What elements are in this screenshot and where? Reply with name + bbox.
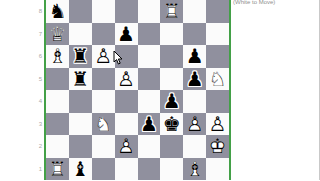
black-rook: ♜ xyxy=(69,68,92,91)
square-d2[interactable]: ♟♙ xyxy=(115,135,138,158)
rank-labels: 87654321 xyxy=(33,0,42,180)
white-pawn: ♟♙ xyxy=(115,68,138,91)
square-h4[interactable] xyxy=(206,90,229,113)
square-d3[interactable] xyxy=(115,113,138,136)
square-a4[interactable] xyxy=(46,90,69,113)
square-f7[interactable] xyxy=(160,23,183,46)
square-f5[interactable] xyxy=(160,68,183,91)
rank-label-6: 6 xyxy=(33,45,42,68)
square-c4[interactable] xyxy=(92,90,115,113)
square-g4[interactable] xyxy=(183,90,206,113)
square-b2[interactable] xyxy=(69,135,92,158)
black-rook: ♜ xyxy=(69,45,92,68)
square-b4[interactable] xyxy=(69,90,92,113)
white-knight: ♞♘ xyxy=(92,113,115,136)
square-e6[interactable] xyxy=(138,45,161,68)
square-f4[interactable]: ♟ xyxy=(160,90,183,113)
square-g1[interactable]: ♝♗ xyxy=(183,158,206,181)
white-bishop: ♝♗ xyxy=(46,45,69,68)
white-pawn: ♟♙ xyxy=(183,113,206,136)
white-king: ♚♔ xyxy=(206,135,229,158)
black-knight: ♞ xyxy=(46,0,69,23)
white-queen: ♛♕ xyxy=(46,23,69,46)
white-pawn: ♟♙ xyxy=(206,113,229,136)
white-pawn: ♟♙ xyxy=(92,45,115,68)
square-a7[interactable]: ♛♕ xyxy=(46,23,69,46)
rank-label-3: 3 xyxy=(33,113,42,136)
rank-label-5: 5 xyxy=(33,68,42,91)
white-bishop: ♝♗ xyxy=(183,158,206,181)
rank-label-1: 1 xyxy=(33,158,42,181)
chess-board-frame: ♞♜♖♛♕♟♝♗♜♟♙♟♜♟♙♟♞♘♟♞♘♟♚♟♙♟♙♟♙♚♔♜♖♝♝♗ xyxy=(44,0,231,180)
square-g2[interactable] xyxy=(183,135,206,158)
white-rook: ♜♖ xyxy=(160,0,183,23)
square-h1[interactable] xyxy=(206,158,229,181)
square-b1[interactable]: ♝ xyxy=(69,158,92,181)
square-h3[interactable]: ♟♙ xyxy=(206,113,229,136)
square-b8[interactable] xyxy=(69,0,92,23)
rank-label-4: 4 xyxy=(33,90,42,113)
square-c1[interactable] xyxy=(92,158,115,181)
square-d7[interactable]: ♟ xyxy=(115,23,138,46)
square-h2[interactable]: ♚♔ xyxy=(206,135,229,158)
square-a6[interactable]: ♝♗ xyxy=(46,45,69,68)
black-pawn: ♟ xyxy=(183,68,206,91)
square-e5[interactable] xyxy=(138,68,161,91)
square-b6[interactable]: ♜ xyxy=(69,45,92,68)
black-pawn: ♟ xyxy=(138,113,161,136)
black-pawn: ♟ xyxy=(160,90,183,113)
square-c8[interactable] xyxy=(92,0,115,23)
square-e7[interactable] xyxy=(138,23,161,46)
square-b7[interactable] xyxy=(69,23,92,46)
square-b3[interactable] xyxy=(69,113,92,136)
square-c2[interactable] xyxy=(92,135,115,158)
white-pawn: ♟♙ xyxy=(115,135,138,158)
square-d4[interactable] xyxy=(115,90,138,113)
rank-label-7: 7 xyxy=(33,23,42,46)
square-f2[interactable] xyxy=(160,135,183,158)
black-bishop: ♝ xyxy=(69,158,92,181)
rank-label-8: 8 xyxy=(33,0,42,23)
square-a5[interactable] xyxy=(46,68,69,91)
square-d1[interactable] xyxy=(115,158,138,181)
square-g3[interactable]: ♟♙ xyxy=(183,113,206,136)
black-pawn: ♟ xyxy=(183,45,206,68)
square-e2[interactable] xyxy=(138,135,161,158)
black-king: ♚ xyxy=(160,113,183,136)
square-a2[interactable] xyxy=(46,135,69,158)
square-g5[interactable]: ♟ xyxy=(183,68,206,91)
chess-board: ♞♜♖♛♕♟♝♗♜♟♙♟♜♟♙♟♞♘♟♞♘♟♚♟♙♟♙♟♙♚♔♜♖♝♝♗ xyxy=(46,0,229,180)
square-d5[interactable]: ♟♙ xyxy=(115,68,138,91)
square-c6[interactable]: ♟♙ xyxy=(92,45,115,68)
square-g7[interactable] xyxy=(183,23,206,46)
square-h6[interactable] xyxy=(206,45,229,68)
square-g6[interactable]: ♟ xyxy=(183,45,206,68)
square-a1[interactable]: ♜♖ xyxy=(46,158,69,181)
square-c5[interactable] xyxy=(92,68,115,91)
square-e1[interactable] xyxy=(138,158,161,181)
white-rook: ♜♖ xyxy=(46,158,69,181)
square-e4[interactable] xyxy=(138,90,161,113)
square-f8[interactable]: ♜♖ xyxy=(160,0,183,23)
mouse-cursor-icon xyxy=(113,51,123,69)
white-knight: ♞♘ xyxy=(206,68,229,91)
rank-label-2: 2 xyxy=(33,135,42,158)
square-g8[interactable] xyxy=(183,0,206,23)
square-d8[interactable] xyxy=(115,0,138,23)
square-c3[interactable]: ♞♘ xyxy=(92,113,115,136)
square-e8[interactable] xyxy=(138,0,161,23)
square-e3[interactable]: ♟ xyxy=(138,113,161,136)
black-pawn: ♟ xyxy=(115,23,138,46)
turn-indicator: (White to Move) xyxy=(233,0,275,6)
square-f6[interactable] xyxy=(160,45,183,68)
square-a8[interactable]: ♞ xyxy=(46,0,69,23)
square-f3[interactable]: ♚ xyxy=(160,113,183,136)
square-h8[interactable] xyxy=(206,0,229,23)
square-a3[interactable] xyxy=(46,113,69,136)
square-h7[interactable] xyxy=(206,23,229,46)
square-h5[interactable]: ♞♘ xyxy=(206,68,229,91)
square-c7[interactable] xyxy=(92,23,115,46)
square-b5[interactable]: ♜ xyxy=(69,68,92,91)
square-f1[interactable] xyxy=(160,158,183,181)
